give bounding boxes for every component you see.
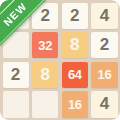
empty-cell-r1c1	[3, 3, 29, 29]
tile-16-r3c4: 16	[91, 62, 117, 88]
tile-2-r1c3: 2	[62, 3, 88, 29]
tile-4-r1c4: 4	[91, 3, 117, 29]
tile-32-r2c2: 32	[32, 32, 58, 58]
empty-cell-r4c1	[3, 91, 29, 117]
tile-4-r4c4: 4	[91, 91, 117, 117]
tile-2-r2c4: 2	[91, 32, 117, 58]
empty-cell-r2c1	[3, 32, 29, 58]
app-icon-2048[interactable]: 2243282286416164 NEW	[0, 0, 120, 120]
empty-cell-r4c2	[32, 91, 58, 117]
tile-64-r3c3: 64	[62, 62, 88, 88]
tile-2-r1c2: 2	[32, 3, 58, 29]
tile-8-r3c2: 8	[32, 62, 58, 88]
tile-2-r3c1: 2	[3, 62, 29, 88]
game-board-2048: 2243282286416164	[0, 0, 120, 120]
tile-16-r4c3: 16	[62, 91, 88, 117]
tile-8-r2c3: 8	[62, 32, 88, 58]
